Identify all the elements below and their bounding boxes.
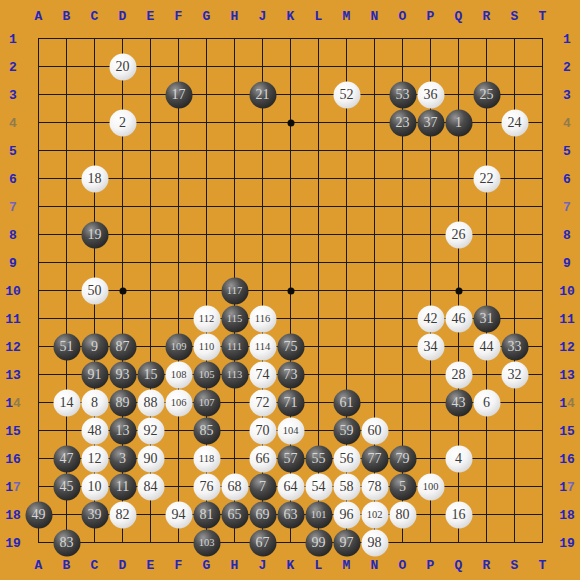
stone-white-58-M17: 58 [333, 473, 360, 500]
coord-label-top-G: G [203, 8, 211, 23]
stone-black-31-R11: 31 [473, 305, 500, 332]
stone-white-42-P11: 42 [417, 305, 444, 332]
move-number: 81 [200, 508, 214, 522]
coord-label-left-7: 7 [9, 199, 17, 214]
stone-black-81-G18: 81 [193, 501, 220, 528]
move-number: 51 [60, 340, 74, 354]
stone-black-89-D14: 89 [109, 389, 136, 416]
move-number: 78 [368, 480, 382, 494]
coord-label-bottom-P: P [427, 557, 435, 572]
move-number: 114 [255, 341, 270, 352]
move-number: 12 [88, 452, 102, 466]
move-number: 52 [340, 88, 354, 102]
coord-label-left-3: 3 [9, 87, 17, 102]
stone-white-76-G17: 76 [193, 473, 220, 500]
coord-label-right-5: 5 [563, 143, 571, 158]
stone-black-17-F3: 17 [165, 81, 192, 108]
stone-black-75-K12: 75 [277, 333, 304, 360]
stone-white-66-J16: 66 [249, 445, 276, 472]
move-number: 83 [60, 536, 74, 550]
coord-label-left-13: 13 [5, 367, 21, 382]
coord-label-top-J: J [259, 8, 267, 23]
move-number: 47 [60, 452, 74, 466]
move-number: 45 [60, 480, 74, 494]
move-number: 53 [396, 88, 410, 102]
stone-white-98-N19: 98 [361, 529, 388, 556]
move-number: 14 [60, 396, 74, 410]
move-number: 31 [480, 312, 494, 326]
move-number: 101 [311, 509, 327, 520]
move-number: 16 [452, 508, 466, 522]
stone-white-54-L17: 54 [305, 473, 332, 500]
coord-label-bottom-D: D [119, 557, 127, 572]
stone-white-16-Q18: 16 [445, 501, 472, 528]
move-number: 82 [116, 508, 130, 522]
coord-label-top-D: D [119, 8, 127, 23]
coord-label-right-17: 17 [559, 479, 575, 494]
stone-black-111-H12: 111 [221, 333, 248, 360]
stone-white-88-E14: 88 [137, 389, 164, 416]
coord-label-bottom-M: M [343, 557, 351, 572]
coord-label-left-19: 19 [5, 535, 21, 550]
stone-black-105-G13: 105 [193, 361, 220, 388]
move-number: 4 [455, 452, 462, 466]
coord-label-right-1: 1 [563, 31, 571, 46]
coord-label-top-M: M [343, 8, 351, 23]
move-number: 85 [200, 424, 214, 438]
coord-label-top-E: E [147, 8, 155, 23]
coord-label-top-H: H [231, 8, 239, 23]
stone-black-101-L18: 101 [305, 501, 332, 528]
coord-label-top-A: A [35, 8, 43, 23]
stone-black-115-H11: 115 [221, 305, 248, 332]
move-number: 3 [119, 452, 126, 466]
stone-white-84-E17: 84 [137, 473, 164, 500]
move-number: 111 [227, 341, 242, 352]
grid-line-vertical [542, 38, 543, 543]
move-number: 20 [116, 60, 130, 74]
coord-label-right-15: 15 [559, 423, 575, 438]
stone-white-70-J15: 70 [249, 417, 276, 444]
coord-label-left-5: 5 [9, 143, 17, 158]
stone-white-104-K15: 104 [277, 417, 304, 444]
grid-line-horizontal [38, 542, 543, 543]
coord-label-bottom-N: N [371, 557, 379, 572]
stone-black-47-B16: 47 [53, 445, 80, 472]
coord-label-right-16: 16 [559, 451, 575, 466]
move-number: 9 [91, 340, 98, 354]
move-number: 103 [199, 537, 215, 548]
move-number: 21 [256, 88, 270, 102]
stone-black-51-B12: 51 [53, 333, 80, 360]
stone-black-19-C8: 19 [81, 221, 108, 248]
stone-white-50-C10: 50 [81, 277, 108, 304]
coord-label-left-18: 18 [5, 507, 21, 522]
move-number: 105 [199, 369, 215, 380]
move-number: 107 [199, 397, 215, 408]
move-number: 72 [256, 396, 270, 410]
stone-black-39-C18: 39 [81, 501, 108, 528]
coord-label-top-T: T [539, 8, 547, 23]
stone-white-44-R12: 44 [473, 333, 500, 360]
move-number: 26 [452, 228, 466, 242]
coord-label-bottom-F: F [175, 557, 183, 572]
stone-black-79-O16: 79 [389, 445, 416, 472]
move-number: 89 [116, 396, 130, 410]
stone-white-80-O18: 80 [389, 501, 416, 528]
stone-black-91-C13: 91 [81, 361, 108, 388]
move-number: 5 [399, 480, 406, 494]
coord-label-left-6: 6 [9, 171, 17, 186]
stone-black-77-N16: 77 [361, 445, 388, 472]
coord-label-right-2: 2 [563, 59, 571, 74]
coord-label-top-O: O [399, 8, 407, 23]
stone-black-97-M19: 97 [333, 529, 360, 556]
stone-white-90-E16: 90 [137, 445, 164, 472]
move-number: 68 [228, 480, 242, 494]
move-number: 70 [256, 424, 270, 438]
stone-white-36-P3: 36 [417, 81, 444, 108]
move-number: 88 [144, 396, 158, 410]
move-number: 110 [199, 341, 214, 352]
star-point-Q10 [455, 287, 462, 294]
stone-white-74-J13: 74 [249, 361, 276, 388]
coord-label-right-14: 14 [559, 395, 575, 410]
stone-white-24-S4: 24 [501, 109, 528, 136]
stone-black-113-H13: 113 [221, 361, 248, 388]
move-number: 79 [396, 452, 410, 466]
coord-label-right-18: 18 [559, 507, 575, 522]
coord-label-right-19: 19 [559, 535, 575, 550]
stone-white-68-H17: 68 [221, 473, 248, 500]
stone-white-12-C16: 12 [81, 445, 108, 472]
stone-black-63-K18: 63 [277, 501, 304, 528]
move-number: 49 [32, 508, 46, 522]
coord-label-right-8: 8 [563, 227, 571, 242]
coord-label-bottom-G: G [203, 557, 211, 572]
stone-white-100-P17: 100 [417, 473, 444, 500]
move-number: 57 [284, 452, 298, 466]
move-number: 98 [368, 536, 382, 550]
coord-label-left-1: 1 [9, 31, 17, 46]
move-number: 32 [508, 368, 522, 382]
coord-label-left-10: 10 [5, 283, 21, 298]
coord-label-left-8: 8 [9, 227, 17, 242]
move-number: 7 [259, 480, 266, 494]
stone-white-110-G12: 110 [193, 333, 220, 360]
move-number: 93 [116, 368, 130, 382]
move-number: 2 [119, 116, 126, 130]
move-number: 80 [396, 508, 410, 522]
move-number: 115 [227, 313, 242, 324]
stone-white-106-F14: 106 [165, 389, 192, 416]
move-number: 22 [480, 172, 494, 186]
stone-white-8-C14: 8 [81, 389, 108, 416]
coord-label-top-F: F [175, 8, 183, 23]
stone-white-10-C17: 10 [81, 473, 108, 500]
move-number: 65 [228, 508, 242, 522]
stone-black-99-L19: 99 [305, 529, 332, 556]
move-number: 69 [256, 508, 270, 522]
stone-white-56-M16: 56 [333, 445, 360, 472]
move-number: 50 [88, 284, 102, 298]
stone-white-94-F18: 94 [165, 501, 192, 528]
stone-black-37-P4: 37 [417, 109, 444, 136]
stone-black-83-B19: 83 [53, 529, 80, 556]
move-number: 11 [116, 480, 129, 494]
stone-black-9-C12: 9 [81, 333, 108, 360]
stone-black-45-B17: 45 [53, 473, 80, 500]
stone-white-96-M18: 96 [333, 501, 360, 528]
stone-black-49-A18: 49 [25, 501, 52, 528]
coord-label-left-11: 11 [5, 311, 21, 326]
move-number: 75 [284, 340, 298, 354]
move-number: 17 [172, 88, 186, 102]
coord-label-bottom-S: S [511, 557, 519, 572]
move-number: 13 [116, 424, 130, 438]
move-number: 34 [424, 340, 438, 354]
coord-label-bottom-J: J [259, 557, 267, 572]
coord-label-top-N: N [371, 8, 379, 23]
move-number: 59 [340, 424, 354, 438]
stone-white-48-C15: 48 [81, 417, 108, 444]
star-point-D10 [119, 287, 126, 294]
move-number: 92 [144, 424, 158, 438]
move-number: 23 [396, 116, 410, 130]
stone-white-82-D18: 82 [109, 501, 136, 528]
stone-black-33-S12: 33 [501, 333, 528, 360]
coord-label-top-C: C [91, 8, 99, 23]
stone-white-52-M3: 52 [333, 81, 360, 108]
move-number: 91 [88, 368, 102, 382]
coord-label-right-12: 12 [559, 339, 575, 354]
coord-label-bottom-Q: Q [455, 557, 463, 572]
coord-label-left-15: 15 [5, 423, 21, 438]
coord-label-top-P: P [427, 8, 435, 23]
star-point-K4 [287, 119, 294, 126]
coord-label-right-13: 13 [559, 367, 575, 382]
move-number: 6 [483, 396, 490, 410]
move-number: 1 [455, 116, 462, 130]
stone-white-46-Q11: 46 [445, 305, 472, 332]
stone-black-73-K13: 73 [277, 361, 304, 388]
stone-white-34-P12: 34 [417, 333, 444, 360]
move-number: 71 [284, 396, 298, 410]
coord-label-left-16: 16 [5, 451, 21, 466]
stone-black-15-E13: 15 [137, 361, 164, 388]
move-number: 63 [284, 508, 298, 522]
stone-black-43-Q14: 43 [445, 389, 472, 416]
go-board[interactable]: AABBCCDDEEFFGGHHJJKKLLMMNNOOPPQQRRSSTT11… [0, 0, 580, 580]
stone-black-65-H18: 65 [221, 501, 248, 528]
move-number: 87 [116, 340, 130, 354]
stone-black-25-R3: 25 [473, 81, 500, 108]
coord-label-top-K: K [287, 8, 295, 23]
move-number: 46 [452, 312, 466, 326]
stone-black-69-J18: 69 [249, 501, 276, 528]
move-number: 90 [144, 452, 158, 466]
move-number: 18 [88, 172, 102, 186]
stone-black-117-H10: 117 [221, 277, 248, 304]
move-number: 84 [144, 480, 158, 494]
stone-white-116-J11: 116 [249, 305, 276, 332]
stone-white-4-Q16: 4 [445, 445, 472, 472]
move-number: 113 [227, 369, 242, 380]
move-number: 42 [424, 312, 438, 326]
stone-white-22-R6: 22 [473, 165, 500, 192]
move-number: 66 [256, 452, 270, 466]
stone-black-1-Q4: 1 [445, 109, 472, 136]
move-number: 97 [340, 536, 354, 550]
move-number: 37 [424, 116, 438, 130]
move-number: 25 [480, 88, 494, 102]
coord-label-left-9: 9 [9, 255, 17, 270]
stone-black-87-D12: 87 [109, 333, 136, 360]
move-number: 28 [452, 368, 466, 382]
move-number: 99 [312, 536, 326, 550]
stone-black-107-G14: 107 [193, 389, 220, 416]
move-number: 77 [368, 452, 382, 466]
stone-white-118-G16: 118 [193, 445, 220, 472]
coord-label-top-L: L [315, 8, 323, 23]
coord-label-right-3: 3 [563, 87, 571, 102]
coord-label-bottom-K: K [287, 557, 295, 572]
stone-black-93-D13: 93 [109, 361, 136, 388]
coord-label-bottom-O: O [399, 557, 407, 572]
coord-label-left-4: 4 [9, 115, 17, 130]
stone-white-20-D2: 20 [109, 53, 136, 80]
stone-white-6-R14: 6 [473, 389, 500, 416]
stone-white-92-E15: 92 [137, 417, 164, 444]
coord-label-left-17: 17 [5, 479, 21, 494]
move-number: 112 [199, 313, 214, 324]
stone-black-23-O4: 23 [389, 109, 416, 136]
move-number: 55 [312, 452, 326, 466]
move-number: 19 [88, 228, 102, 242]
move-number: 74 [256, 368, 270, 382]
move-number: 58 [340, 480, 354, 494]
move-number: 39 [88, 508, 102, 522]
move-number: 24 [508, 116, 522, 130]
stone-white-14-B14: 14 [53, 389, 80, 416]
move-number: 56 [340, 452, 354, 466]
move-number: 73 [284, 368, 298, 382]
stone-black-55-L16: 55 [305, 445, 332, 472]
stone-black-59-M15: 59 [333, 417, 360, 444]
stone-black-61-M14: 61 [333, 389, 360, 416]
move-number: 67 [256, 536, 270, 550]
grid-line-vertical [486, 38, 487, 543]
stone-black-53-O3: 53 [389, 81, 416, 108]
coord-label-bottom-B: B [63, 557, 71, 572]
coord-label-left-14: 14 [5, 395, 21, 410]
move-number: 109 [171, 341, 187, 352]
coord-label-bottom-A: A [35, 557, 43, 572]
coord-label-top-S: S [511, 8, 519, 23]
move-number: 10 [88, 480, 102, 494]
star-point-K10 [287, 287, 294, 294]
move-number: 94 [172, 508, 186, 522]
stone-white-26-Q8: 26 [445, 221, 472, 248]
stone-white-60-N15: 60 [361, 417, 388, 444]
move-number: 106 [171, 397, 187, 408]
stone-white-102-N18: 102 [361, 501, 388, 528]
move-number: 8 [91, 396, 98, 410]
move-number: 100 [423, 481, 439, 492]
stone-black-5-O17: 5 [389, 473, 416, 500]
coord-label-top-B: B [63, 8, 71, 23]
move-number: 15 [144, 368, 158, 382]
coord-label-bottom-H: H [231, 557, 239, 572]
move-number: 102 [367, 509, 383, 520]
stone-white-2-D4: 2 [109, 109, 136, 136]
coord-label-left-12: 12 [5, 339, 21, 354]
coord-label-bottom-R: R [483, 557, 491, 572]
coord-label-right-9: 9 [563, 255, 571, 270]
move-number: 118 [199, 453, 214, 464]
move-number: 76 [200, 480, 214, 494]
coord-label-right-7: 7 [563, 199, 571, 214]
move-number: 64 [284, 480, 298, 494]
stone-black-11-D17: 11 [109, 473, 136, 500]
stone-white-18-C6: 18 [81, 165, 108, 192]
stone-black-13-D15: 13 [109, 417, 136, 444]
move-number: 43 [452, 396, 466, 410]
move-number: 48 [88, 424, 102, 438]
coord-label-left-2: 2 [9, 59, 17, 74]
stone-white-32-S13: 32 [501, 361, 528, 388]
coord-label-right-6: 6 [563, 171, 571, 186]
stone-white-64-K17: 64 [277, 473, 304, 500]
move-number: 61 [340, 396, 354, 410]
stone-black-21-J3: 21 [249, 81, 276, 108]
coord-label-bottom-E: E [147, 557, 155, 572]
coord-label-top-R: R [483, 8, 491, 23]
stone-white-28-Q13: 28 [445, 361, 472, 388]
move-number: 60 [368, 424, 382, 438]
move-number: 33 [508, 340, 522, 354]
stone-white-108-F13: 108 [165, 361, 192, 388]
stone-black-85-G15: 85 [193, 417, 220, 444]
coord-label-right-4: 4 [563, 115, 571, 130]
move-number: 54 [312, 480, 326, 494]
move-number: 116 [255, 313, 270, 324]
stone-black-109-F12: 109 [165, 333, 192, 360]
coord-label-right-11: 11 [559, 311, 575, 326]
stone-black-3-D16: 3 [109, 445, 136, 472]
coord-label-bottom-T: T [539, 557, 547, 572]
stone-black-57-K16: 57 [277, 445, 304, 472]
stone-black-7-J17: 7 [249, 473, 276, 500]
stone-white-78-N17: 78 [361, 473, 388, 500]
stone-black-103-G19: 103 [193, 529, 220, 556]
coord-label-bottom-L: L [315, 557, 323, 572]
coord-label-top-Q: Q [455, 8, 463, 23]
coord-label-bottom-C: C [91, 557, 99, 572]
move-number: 117 [227, 285, 242, 296]
stone-white-112-G11: 112 [193, 305, 220, 332]
stone-black-71-K14: 71 [277, 389, 304, 416]
coord-label-right-10: 10 [559, 283, 575, 298]
stone-white-72-J14: 72 [249, 389, 276, 416]
stone-white-114-J12: 114 [249, 333, 276, 360]
stone-black-67-J19: 67 [249, 529, 276, 556]
move-number: 96 [340, 508, 354, 522]
move-number: 108 [171, 369, 187, 380]
move-number: 104 [283, 425, 299, 436]
move-number: 44 [480, 340, 494, 354]
move-number: 36 [424, 88, 438, 102]
